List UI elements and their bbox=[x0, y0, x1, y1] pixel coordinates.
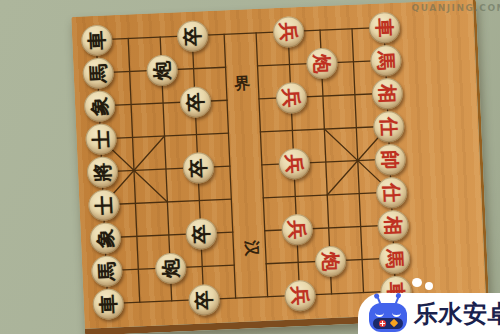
piece-character: 炮 bbox=[152, 60, 172, 80]
piece-red-相[interactable]: 相 bbox=[376, 209, 408, 241]
robot-diamond-icon bbox=[390, 319, 398, 327]
piece-character: 炮 bbox=[320, 251, 340, 271]
piece-red-兵[interactable]: 兵 bbox=[281, 213, 313, 245]
piece-black-馬[interactable]: 馬 bbox=[90, 255, 122, 287]
piece-red-兵[interactable]: 兵 bbox=[272, 15, 304, 47]
piece-character: 相 bbox=[383, 215, 403, 235]
piece-character: 象 bbox=[95, 228, 115, 248]
piece-red-兵[interactable]: 兵 bbox=[275, 81, 307, 113]
piece-black-炮[interactable]: 炮 bbox=[145, 54, 177, 86]
piece-red-仕[interactable]: 仕 bbox=[372, 110, 404, 142]
piece-character: 兵 bbox=[281, 88, 301, 108]
piece-character: 仕 bbox=[378, 116, 398, 136]
piece-black-將[interactable]: 將 bbox=[86, 156, 118, 188]
paw-dot bbox=[425, 282, 433, 290]
piece-black-卒[interactable]: 卒 bbox=[182, 151, 214, 183]
piece-black-卒[interactable]: 卒 bbox=[179, 86, 211, 118]
piece-character: 士 bbox=[91, 129, 111, 149]
piece-black-炮[interactable]: 炮 bbox=[154, 252, 186, 284]
piece-red-兵[interactable]: 兵 bbox=[278, 147, 310, 179]
piece-black-象[interactable]: 象 bbox=[83, 90, 115, 122]
piece-red-帥[interactable]: 帥 bbox=[374, 143, 406, 175]
piece-character: 卒 bbox=[191, 224, 211, 244]
piece-black-馬[interactable]: 馬 bbox=[82, 57, 114, 89]
piece-character: 仕 bbox=[381, 182, 401, 202]
piece-character: 馬 bbox=[88, 63, 108, 83]
piece-red-炮[interactable]: 炮 bbox=[314, 245, 346, 277]
robot-cross-button-icon bbox=[379, 320, 386, 327]
piece-red-馬[interactable]: 馬 bbox=[369, 44, 401, 76]
piece-character: 帥 bbox=[380, 149, 400, 169]
piece-character: 兵 bbox=[290, 285, 310, 305]
piece-character: 炮 bbox=[312, 53, 332, 73]
piece-character: 兵 bbox=[284, 154, 304, 174]
piece-red-兵[interactable]: 兵 bbox=[283, 279, 315, 311]
piece-black-象[interactable]: 象 bbox=[89, 222, 121, 254]
piece-character: 象 bbox=[89, 96, 109, 116]
piece-character: 卒 bbox=[182, 26, 202, 46]
piece-character: 將 bbox=[92, 162, 112, 182]
piece-character: 兵 bbox=[287, 219, 307, 239]
screenshot-canvas: 界 汉 車馬象士將士象馬車炮炮卒卒卒卒卒兵兵兵兵兵炮炮車馬相仕帥仕相馬車 QUA… bbox=[0, 0, 500, 334]
watermark-text: QUANJING.COM bbox=[412, 3, 500, 13]
piece-black-卒[interactable]: 卒 bbox=[185, 217, 217, 249]
piece-red-相[interactable]: 相 bbox=[371, 77, 403, 109]
piece-character: 車 bbox=[86, 30, 106, 50]
piece-character: 兵 bbox=[278, 22, 298, 42]
piece-character: 相 bbox=[377, 83, 397, 103]
piece-black-車[interactable]: 車 bbox=[92, 288, 124, 320]
river-label-han: 汉 bbox=[240, 237, 263, 260]
piece-character: 卒 bbox=[185, 92, 205, 112]
paw-dot bbox=[412, 278, 422, 287]
piece-black-卒[interactable]: 卒 bbox=[176, 20, 208, 52]
piece-character: 炮 bbox=[160, 258, 180, 278]
piece-black-士[interactable]: 士 bbox=[84, 123, 116, 155]
piece-red-馬[interactable]: 馬 bbox=[378, 242, 410, 274]
piece-character: 車 bbox=[98, 294, 118, 314]
piece-red-車[interactable]: 車 bbox=[368, 11, 400, 43]
site-logo-card[interactable]: 乐水安卓网 bbox=[358, 293, 500, 334]
piece-red-仕[interactable]: 仕 bbox=[375, 176, 407, 208]
piece-character: 卒 bbox=[188, 158, 208, 178]
piece-character: 車 bbox=[374, 17, 394, 37]
piece-red-炮[interactable]: 炮 bbox=[305, 47, 337, 79]
piece-character: 士 bbox=[94, 195, 114, 215]
robot-icon bbox=[368, 296, 408, 332]
piece-black-車[interactable]: 車 bbox=[80, 24, 112, 56]
piece-character: 馬 bbox=[376, 50, 396, 70]
piece-black-士[interactable]: 士 bbox=[87, 189, 119, 221]
piece-black-卒[interactable]: 卒 bbox=[188, 283, 220, 315]
piece-character: 卒 bbox=[194, 290, 214, 310]
piece-character: 馬 bbox=[384, 248, 404, 268]
river-label-jie: 界 bbox=[231, 72, 254, 95]
site-logo-text: 乐水安卓网 bbox=[414, 298, 500, 330]
piece-character: 馬 bbox=[96, 261, 116, 281]
